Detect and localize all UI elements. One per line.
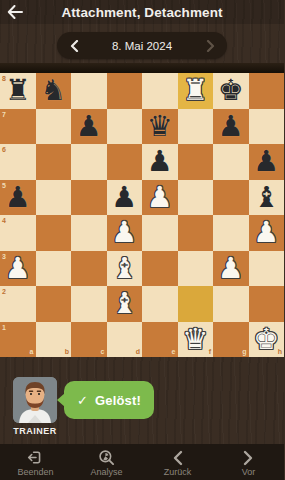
toolbar-item-beenden[interactable]: Beenden [0,444,71,480]
square-h2[interactable] [249,286,285,322]
square-b6[interactable] [36,144,72,180]
square-d2[interactable]: ♝ [107,286,143,322]
square-d6[interactable] [107,144,143,180]
square-g7[interactable]: ♟ [213,109,249,145]
square-d4[interactable]: ♟ [107,215,143,251]
square-f7[interactable] [178,109,214,145]
square-g5[interactable] [213,180,249,216]
board-top-shadow [0,63,284,73]
chevron-right-icon [243,450,254,466]
top-bar: Attachment, Detachment [0,0,284,24]
toolbar-item-vor[interactable]: Vor [213,444,284,480]
square-h1[interactable]: h♚ [249,322,285,358]
page-title: Attachment, Detachment [0,5,284,20]
file-label-f: f [209,348,211,355]
square-f8[interactable]: ♜ [178,73,214,109]
trainer-label: TRAINER [13,426,57,436]
piece-black-pawn: ♟ [71,109,107,145]
square-c6[interactable] [71,144,107,180]
bubble-tail [57,393,65,407]
square-a6[interactable]: 6 [0,144,36,180]
rank-label-4: 4 [2,217,6,224]
square-c2[interactable] [71,286,107,322]
file-label-h: h [278,348,282,355]
puzzle-app-screen: { "game": "chess", "position": { "fen": … [0,0,284,480]
square-h5[interactable]: ♝ [249,180,285,216]
piece-black-pawn: ♟ [249,144,285,180]
square-g3[interactable]: ♟ [213,251,249,287]
square-e6[interactable]: ♟ [142,144,178,180]
square-g4[interactable] [213,215,249,251]
piece-black-knight: ♞ [36,73,72,109]
square-e8[interactable] [142,73,178,109]
square-e3[interactable] [142,251,178,287]
piece-black-bishop: ♝ [249,180,285,216]
piece-white-bishop: ♝ [107,286,143,322]
file-label-d: d [136,348,140,355]
square-a4[interactable]: 4 [0,215,36,251]
square-g1[interactable]: g [213,322,249,358]
exit-icon [27,449,44,466]
toolbar-label: Vor [242,468,256,477]
file-label-a: a [30,348,34,355]
square-d3[interactable]: ♝ [107,251,143,287]
rank-label-1: 1 [2,324,6,331]
square-h4[interactable]: ♟ [249,215,285,251]
square-e1[interactable]: e [142,322,178,358]
square-f5[interactable] [178,180,214,216]
square-h3[interactable] [249,251,285,287]
square-g6[interactable] [213,144,249,180]
piece-white-pawn: ♟ [107,215,143,251]
piece-black-king: ♚ [213,73,249,109]
square-c1[interactable]: c [71,322,107,358]
square-b4[interactable] [36,215,72,251]
square-d8[interactable] [107,73,143,109]
square-c5[interactable] [71,180,107,216]
date-label: 8. Mai 2024 [91,40,193,52]
square-e2[interactable] [142,286,178,322]
toolbar-label: Zurück [164,468,192,477]
square-b2[interactable] [36,286,72,322]
prev-day-button[interactable] [57,32,91,59]
trainer-avatar-illustration [13,377,57,423]
square-b3[interactable] [36,251,72,287]
chevron-left-icon [172,450,183,466]
rank-label-7: 7 [2,111,6,118]
square-f2[interactable] [178,286,214,322]
square-d5[interactable]: ♟ [107,180,143,216]
square-f6[interactable] [178,144,214,180]
file-label-e: e [172,348,176,355]
square-c3[interactable] [71,251,107,287]
rank-label-8: 8 [2,75,6,82]
piece-black-pawn: ♟ [142,144,178,180]
square-e4[interactable] [142,215,178,251]
chevron-left-icon [70,40,79,52]
square-a5[interactable]: 5♟ [0,180,36,216]
square-h8[interactable] [249,73,285,109]
date-navigator: 8. Mai 2024 [57,32,227,59]
toolbar-item-zurueck[interactable]: Zurück [142,444,213,480]
square-c7[interactable]: ♟ [71,109,107,145]
piece-white-rook: ♜ [178,73,214,109]
next-day-button[interactable] [193,32,227,59]
rank-label-5: 5 [2,182,6,189]
piece-white-bishop: ♝ [107,251,143,287]
chevron-right-icon [206,40,215,52]
square-b8[interactable]: ♞ [36,73,72,109]
toolbar-label: Analyse [90,468,122,477]
square-f3[interactable] [178,251,214,287]
toolbar-item-analyse[interactable]: Analyse [71,444,142,480]
square-d7[interactable] [107,109,143,145]
square-a8[interactable]: 8♜ [0,73,36,109]
chess-board: 8♜♞♜♚7♟♛♟6♟♟5♟♟♟♝4♟♟3♟♝♟2♝1abcdef♛gh♚ [0,73,284,357]
check-icon: ✓ [77,393,88,408]
analysis-icon [98,449,115,466]
toolbar-label: Beenden [17,468,53,477]
square-a1[interactable]: 1a [0,322,36,358]
square-b5[interactable] [36,180,72,216]
square-e5[interactable]: ♟ [142,180,178,216]
trainer-avatar [13,377,57,423]
square-h7[interactable] [249,109,285,145]
bottom-toolbar: Beenden Analyse Zurück Vor [0,444,284,480]
trainer-section: TRAINER ✓ Gelöst! [0,357,284,444]
solved-text: Gelöst! [95,393,141,408]
rank-label-3: 3 [2,253,6,260]
piece-white-pawn: ♟ [142,180,178,216]
square-a3[interactable]: 3♟ [0,251,36,287]
piece-white-pawn: ♟ [249,215,285,251]
square-g2[interactable] [213,286,249,322]
square-d1[interactable]: d [107,322,143,358]
file-label-g: g [242,348,246,355]
square-a2[interactable]: 2 [0,286,36,322]
piece-black-pawn: ♟ [213,109,249,145]
square-c8[interactable] [71,73,107,109]
rank-label-2: 2 [2,288,6,295]
square-f4[interactable] [178,215,214,251]
square-e7[interactable]: ♛ [142,109,178,145]
square-c4[interactable] [71,215,107,251]
piece-white-pawn: ♟ [213,251,249,287]
rank-label-6: 6 [2,146,6,153]
piece-black-queen: ♛ [142,109,178,145]
square-b7[interactable] [36,109,72,145]
square-f1[interactable]: f♛ [178,322,214,358]
square-b1[interactable]: b [36,322,72,358]
piece-black-pawn: ♟ [107,180,143,216]
square-h6[interactable]: ♟ [249,144,285,180]
square-a7[interactable]: 7 [0,109,36,145]
solved-bubble: ✓ Gelöst! [64,381,154,419]
square-g8[interactable]: ♚ [213,73,249,109]
file-label-b: b [65,348,69,355]
file-label-c: c [101,348,105,355]
